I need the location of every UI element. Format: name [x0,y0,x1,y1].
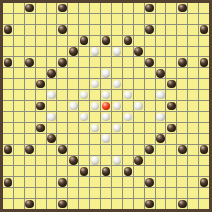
board-cell[interactable] [112,36,122,46]
board-cell[interactable] [101,101,111,111]
black-stone[interactable] [167,80,176,89]
board-cell[interactable] [68,47,78,57]
board-cell[interactable] [112,47,122,57]
board-cell[interactable] [156,3,166,13]
board-cell[interactable] [199,47,209,57]
board-cell[interactable] [68,156,78,166]
board-cell[interactable] [199,101,209,111]
white-stone[interactable] [156,91,165,100]
board-cell[interactable] [25,14,35,24]
board-cell[interactable] [3,145,13,155]
board-cell[interactable] [68,177,78,187]
board-cell[interactable] [123,57,133,67]
board-cell[interactable] [14,36,24,46]
board-cell[interactable] [47,101,57,111]
board-cell[interactable] [101,90,111,100]
board-cell[interactable] [145,3,155,13]
board-cell[interactable] [112,25,122,35]
white-stone[interactable] [113,102,122,111]
board-cell[interactable] [112,177,122,187]
board-cell[interactable] [188,3,198,13]
board-cell[interactable] [134,145,144,155]
board-cell[interactable] [123,79,133,89]
board-cell[interactable] [36,123,46,133]
board-cell[interactable] [36,199,46,209]
board-cell[interactable] [47,166,57,176]
board-cell[interactable] [145,68,155,78]
board-cell[interactable] [57,112,67,122]
board-cell[interactable] [14,145,24,155]
board-cell[interactable] [166,166,176,176]
board-cell[interactable] [112,79,122,89]
board-cell[interactable] [36,36,46,46]
board-cell[interactable] [68,166,78,176]
board-cell[interactable] [145,166,155,176]
white-stone[interactable] [91,124,100,133]
black-stone[interactable] [58,200,67,209]
board-cell[interactable] [134,47,144,57]
board-cell[interactable] [177,188,187,198]
board-cell[interactable] [188,101,198,111]
board-cell[interactable] [177,79,187,89]
board-cell[interactable] [57,188,67,198]
board-cell[interactable] [123,3,133,13]
board-cell[interactable] [199,90,209,100]
board-cell[interactable] [68,134,78,144]
board-cell[interactable] [145,145,155,155]
board-cell[interactable] [156,14,166,24]
black-stone[interactable] [145,200,154,209]
board-cell[interactable] [36,47,46,57]
board-cell[interactable] [57,199,67,209]
board-cell[interactable] [90,3,100,13]
board-cell[interactable] [134,199,144,209]
board-cell[interactable] [36,101,46,111]
board-cell[interactable] [177,145,187,155]
board-cell[interactable] [68,14,78,24]
board-cell[interactable] [57,3,67,13]
board-cell[interactable] [123,90,133,100]
black-stone[interactable] [134,156,143,165]
board-cell[interactable] [68,199,78,209]
board-cell[interactable] [47,112,57,122]
black-stone[interactable] [200,145,209,154]
board-cell[interactable] [156,156,166,166]
white-stone[interactable] [113,47,122,56]
board-cell[interactable] [25,90,35,100]
board-cell[interactable] [47,90,57,100]
board-cell[interactable] [3,123,13,133]
white-stone[interactable] [91,47,100,56]
board-cell[interactable] [145,134,155,144]
board-cell[interactable] [112,156,122,166]
white-stone[interactable] [156,113,165,122]
board-cell[interactable] [123,68,133,78]
board-cell[interactable] [90,79,100,89]
board-cell[interactable] [188,156,198,166]
board-cell[interactable] [101,79,111,89]
board-cell[interactable] [57,101,67,111]
black-stone[interactable] [134,47,143,56]
board-cell[interactable] [134,156,144,166]
board-cell[interactable] [199,25,209,35]
board-cell[interactable] [3,156,13,166]
board-cell[interactable] [188,123,198,133]
board-cell[interactable] [177,36,187,46]
board-cell[interactable] [68,145,78,155]
white-stone[interactable] [134,102,143,111]
board-cell[interactable] [145,112,155,122]
board-cell[interactable] [188,166,198,176]
black-stone[interactable] [80,167,89,176]
white-stone[interactable] [91,80,100,89]
black-stone[interactable] [178,58,187,67]
board-cell[interactable] [166,68,176,78]
board-cell[interactable] [199,166,209,176]
board-cell[interactable] [156,123,166,133]
board-cell[interactable] [123,199,133,209]
board-cell[interactable] [199,134,209,144]
board-cell[interactable] [188,112,198,122]
board-cell[interactable] [188,79,198,89]
board-cell[interactable] [3,25,13,35]
board-cell[interactable] [156,166,166,176]
board-cell[interactable] [25,25,35,35]
black-stone[interactable] [25,4,34,13]
board-cell[interactable] [112,14,122,24]
board-cell[interactable] [14,79,24,89]
board-cell[interactable] [199,36,209,46]
board-cell[interactable] [3,57,13,67]
board-cell[interactable] [188,90,198,100]
board-cell[interactable] [112,199,122,209]
board-cell[interactable] [25,68,35,78]
board-cell[interactable] [57,123,67,133]
board-cell[interactable] [145,90,155,100]
board-cell[interactable] [134,25,144,35]
board-cell[interactable] [36,156,46,166]
board-cell[interactable] [188,177,198,187]
board-cell[interactable] [156,134,166,144]
black-stone[interactable] [156,69,165,78]
board-cell[interactable] [47,79,57,89]
board-cell[interactable] [68,112,78,122]
board-cell[interactable] [112,166,122,176]
board-cell[interactable] [3,188,13,198]
board-cell[interactable] [166,36,176,46]
board-cell[interactable] [123,36,133,46]
board-cell[interactable] [188,188,198,198]
board-cell[interactable] [166,112,176,122]
black-stone[interactable] [69,156,78,165]
board-cell[interactable] [156,57,166,67]
board-cell[interactable] [177,134,187,144]
board-cell[interactable] [156,188,166,198]
board-cell[interactable] [156,145,166,155]
board-cell[interactable] [188,36,198,46]
board-cell[interactable] [36,57,46,67]
board-cell[interactable] [68,79,78,89]
board-cell[interactable] [47,145,57,155]
board-cell[interactable] [25,36,35,46]
black-stone[interactable] [178,4,187,13]
board-cell[interactable] [166,134,176,144]
board-cell[interactable] [14,14,24,24]
board-cell[interactable] [57,166,67,176]
board-cell[interactable] [112,101,122,111]
black-stone[interactable] [25,145,34,154]
board-cell[interactable] [123,177,133,187]
board-cell[interactable] [156,177,166,187]
white-stone[interactable] [113,124,122,133]
board-cell[interactable] [47,134,57,144]
board-cell[interactable] [79,36,89,46]
board-cell[interactable] [145,156,155,166]
board-cell[interactable] [177,90,187,100]
board-cell[interactable] [112,90,122,100]
board-cell[interactable] [134,123,144,133]
board-cell[interactable] [101,199,111,209]
board-cell[interactable] [134,177,144,187]
board-cell[interactable] [112,145,122,155]
board-cell[interactable] [47,36,57,46]
board-cell[interactable] [177,25,187,35]
board-cell[interactable] [112,134,122,144]
board-cell[interactable] [177,177,187,187]
black-stone[interactable] [58,58,67,67]
board-cell[interactable] [14,112,24,122]
black-stone[interactable] [167,102,176,111]
board-cell[interactable] [123,166,133,176]
white-stone[interactable] [47,91,56,100]
black-stone[interactable] [200,58,209,67]
black-stone[interactable] [200,178,209,187]
board-cell[interactable] [134,101,144,111]
black-stone[interactable] [36,80,45,89]
board-cell[interactable] [166,47,176,57]
board-cell[interactable] [112,112,122,122]
board-cell[interactable] [177,47,187,57]
board-cell[interactable] [68,123,78,133]
board-cell[interactable] [101,156,111,166]
board-cell[interactable] [14,101,24,111]
board-cell[interactable] [177,156,187,166]
white-stone[interactable] [80,113,89,122]
board-cell[interactable] [188,47,198,57]
board-cell[interactable] [90,36,100,46]
board-cell[interactable] [90,123,100,133]
board-cell[interactable] [90,90,100,100]
board-cell[interactable] [90,101,100,111]
board-cell[interactable] [14,177,24,187]
board-cell[interactable] [79,3,89,13]
board-cell[interactable] [3,68,13,78]
board-cell[interactable] [47,25,57,35]
board-cell[interactable] [123,25,133,35]
board-cell[interactable] [199,3,209,13]
board-cell[interactable] [134,36,144,46]
board-cell[interactable] [25,112,35,122]
board-cell[interactable] [134,14,144,24]
black-stone[interactable] [58,145,67,154]
board-cell[interactable] [166,79,176,89]
board-cell[interactable] [25,134,35,144]
board-cell[interactable] [36,3,46,13]
board-cell[interactable] [14,188,24,198]
board-cell[interactable] [68,188,78,198]
board-cell[interactable] [3,166,13,176]
white-stone[interactable] [113,156,122,165]
board-cell[interactable] [68,68,78,78]
board-cell[interactable] [101,68,111,78]
board-cell[interactable] [134,188,144,198]
red-stone[interactable] [102,102,111,111]
board-cell[interactable] [166,156,176,166]
board-cell[interactable] [3,134,13,144]
board-cell[interactable] [36,145,46,155]
board-cell[interactable] [57,90,67,100]
black-stone[interactable] [145,178,154,187]
board-cell[interactable] [134,166,144,176]
board-cell[interactable] [177,199,187,209]
board-cell[interactable] [101,134,111,144]
board-cell[interactable] [36,166,46,176]
black-stone[interactable] [25,58,34,67]
board-cell[interactable] [14,90,24,100]
board-cell[interactable] [101,14,111,24]
board-cell[interactable] [14,3,24,13]
board-cell[interactable] [101,166,111,176]
black-stone[interactable] [58,25,67,34]
black-stone[interactable] [36,102,45,111]
black-stone[interactable] [25,200,34,209]
board-cell[interactable] [134,3,144,13]
board-cell[interactable] [123,112,133,122]
board-cell[interactable] [166,145,176,155]
board-cell[interactable] [156,199,166,209]
black-stone[interactable] [124,167,133,176]
board-cell[interactable] [57,57,67,67]
black-stone[interactable] [69,47,78,56]
board-cell[interactable] [145,177,155,187]
black-stone[interactable] [36,124,45,133]
white-stone[interactable] [124,91,133,100]
board-cell[interactable] [123,101,133,111]
board-cell[interactable] [188,199,198,209]
board-cell[interactable] [79,14,89,24]
board-cell[interactable] [145,36,155,46]
board-cell[interactable] [25,57,35,67]
board-cell[interactable] [123,134,133,144]
board-cell[interactable] [90,68,100,78]
board-cell[interactable] [90,112,100,122]
board-cell[interactable] [188,145,198,155]
board-cell[interactable] [166,57,176,67]
board-cell[interactable] [123,47,133,57]
board-cell[interactable] [145,199,155,209]
board-cell[interactable] [25,177,35,187]
board-cell[interactable] [166,3,176,13]
board-cell[interactable] [199,14,209,24]
board-cell[interactable] [101,177,111,187]
white-stone[interactable] [69,102,78,111]
board-cell[interactable] [57,14,67,24]
board-cell[interactable] [47,156,57,166]
board-cell[interactable] [166,199,176,209]
board-cell[interactable] [25,79,35,89]
board-cell[interactable] [3,90,13,100]
black-stone[interactable] [178,145,187,154]
white-stone[interactable] [102,69,111,78]
board-cell[interactable] [134,134,144,144]
board-cell[interactable] [90,25,100,35]
board-cell[interactable] [101,145,111,155]
board-cell[interactable] [79,166,89,176]
board-cell[interactable] [166,188,176,198]
board-cell[interactable] [79,156,89,166]
board-cell[interactable] [101,47,111,57]
board-cell[interactable] [14,57,24,67]
board-cell[interactable] [25,166,35,176]
board-cell[interactable] [156,25,166,35]
black-stone[interactable] [47,69,56,78]
board-cell[interactable] [47,3,57,13]
board-cell[interactable] [166,90,176,100]
board-cell[interactable] [112,3,122,13]
board-cell[interactable] [14,156,24,166]
board-cell[interactable] [90,166,100,176]
board-cell[interactable] [177,3,187,13]
white-stone[interactable] [91,156,100,165]
board-cell[interactable] [90,177,100,187]
board-cell[interactable] [177,101,187,111]
board-cell[interactable] [47,14,57,24]
board-cell[interactable] [112,123,122,133]
black-stone[interactable] [167,124,176,133]
board-cell[interactable] [3,177,13,187]
black-stone[interactable] [124,36,133,45]
board-cell[interactable] [25,47,35,57]
board-cell[interactable] [25,123,35,133]
board-cell[interactable] [199,156,209,166]
board-cell[interactable] [90,188,100,198]
board-cell[interactable] [166,101,176,111]
board-cell[interactable] [25,156,35,166]
board-cell[interactable] [79,90,89,100]
board-cell[interactable] [134,79,144,89]
board-cell[interactable] [199,177,209,187]
board-cell[interactable] [68,90,78,100]
board-cell[interactable] [166,25,176,35]
board-cell[interactable] [3,112,13,122]
board-cell[interactable] [199,79,209,89]
board-cell[interactable] [79,68,89,78]
board-cell[interactable] [14,199,24,209]
board-cell[interactable] [3,36,13,46]
black-stone[interactable] [58,4,67,13]
white-stone[interactable] [102,134,111,143]
board-cell[interactable] [145,25,155,35]
board-cell[interactable] [101,25,111,35]
white-stone[interactable] [80,91,89,100]
board-cell[interactable] [79,199,89,209]
board-cell[interactable] [57,134,67,144]
board-cell[interactable] [3,47,13,57]
white-stone[interactable] [91,102,100,111]
board-cell[interactable] [47,68,57,78]
board-cell[interactable] [79,47,89,57]
board-cell[interactable] [36,90,46,100]
